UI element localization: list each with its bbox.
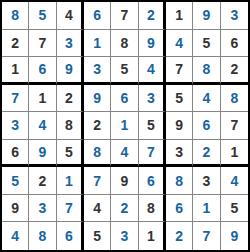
- sudoku-cell-r6c3[interactable]: 5: [57, 140, 84, 168]
- sudoku-cell-r4c5[interactable]: 6: [111, 85, 138, 113]
- sudoku-cell-r9c5[interactable]: 3: [111, 222, 138, 250]
- sudoku-cell-r2c4[interactable]: 1: [84, 30, 111, 58]
- sudoku-cell-r8c6[interactable]: 8: [139, 195, 166, 223]
- sudoku-cell-r5c1[interactable]: 3: [2, 112, 29, 140]
- sudoku-cell-r1c3[interactable]: 4: [57, 2, 84, 30]
- sudoku-cell-r7c4[interactable]: 7: [84, 167, 111, 195]
- sudoku-cell-r1c9[interactable]: 3: [221, 2, 248, 30]
- sudoku-cell-r9c3[interactable]: 6: [57, 222, 84, 250]
- sudoku-cell-r1c8[interactable]: 9: [193, 2, 220, 30]
- sudoku-cell-r6c1[interactable]: 6: [2, 140, 29, 168]
- sudoku-cell-r4c9[interactable]: 8: [221, 85, 248, 113]
- sudoku-cell-r5c3[interactable]: 8: [57, 112, 84, 140]
- sudoku-cell-r8c2[interactable]: 3: [29, 195, 56, 223]
- sudoku-cell-r3c2[interactable]: 6: [29, 57, 56, 85]
- sudoku-cell-r6c6[interactable]: 7: [139, 140, 166, 168]
- sudoku-cell-r7c8[interactable]: 3: [193, 167, 220, 195]
- sudoku-cell-r5c9[interactable]: 7: [221, 112, 248, 140]
- sudoku-cell-r5c7[interactable]: 9: [166, 112, 193, 140]
- sudoku-cell-r8c3[interactable]: 7: [57, 195, 84, 223]
- sudoku-cell-r4c6[interactable]: 3: [139, 85, 166, 113]
- sudoku-board: 8546721932731894561693547827129635483482…: [0, 0, 250, 252]
- sudoku-cell-r5c5[interactable]: 1: [111, 112, 138, 140]
- sudoku-cell-r4c7[interactable]: 5: [166, 85, 193, 113]
- sudoku-cell-r3c1[interactable]: 1: [2, 57, 29, 85]
- sudoku-cell-r9c6[interactable]: 1: [139, 222, 166, 250]
- sudoku-cell-r3c4[interactable]: 3: [84, 57, 111, 85]
- sudoku-cell-r1c1[interactable]: 8: [2, 2, 29, 30]
- sudoku-cell-r5c8[interactable]: 6: [193, 112, 220, 140]
- sudoku-cell-r1c5[interactable]: 7: [111, 2, 138, 30]
- sudoku-cell-r9c1[interactable]: 4: [2, 222, 29, 250]
- sudoku-cell-r7c6[interactable]: 6: [139, 167, 166, 195]
- sudoku-cell-r3c9[interactable]: 2: [221, 57, 248, 85]
- sudoku-cell-r1c2[interactable]: 5: [29, 2, 56, 30]
- sudoku-cell-r4c4[interactable]: 9: [84, 85, 111, 113]
- sudoku-cell-r4c8[interactable]: 4: [193, 85, 220, 113]
- sudoku-cell-r8c7[interactable]: 6: [166, 195, 193, 223]
- sudoku-cell-r6c7[interactable]: 3: [166, 140, 193, 168]
- sudoku-cell-r6c4[interactable]: 8: [84, 140, 111, 168]
- sudoku-cell-r2c3[interactable]: 3: [57, 30, 84, 58]
- sudoku-cell-r5c2[interactable]: 4: [29, 112, 56, 140]
- sudoku-cell-r2c1[interactable]: 2: [2, 30, 29, 58]
- sudoku-cell-r7c1[interactable]: 5: [2, 167, 29, 195]
- sudoku-cell-r8c9[interactable]: 5: [221, 195, 248, 223]
- sudoku-cell-r6c5[interactable]: 4: [111, 140, 138, 168]
- sudoku-cell-r9c7[interactable]: 2: [166, 222, 193, 250]
- sudoku-cell-r7c5[interactable]: 9: [111, 167, 138, 195]
- sudoku-cell-r4c3[interactable]: 2: [57, 85, 84, 113]
- sudoku-cell-r1c4[interactable]: 6: [84, 2, 111, 30]
- sudoku-cell-r9c9[interactable]: 9: [221, 222, 248, 250]
- sudoku-cell-r8c1[interactable]: 9: [2, 195, 29, 223]
- sudoku-cell-r2c7[interactable]: 4: [166, 30, 193, 58]
- sudoku-cell-r7c9[interactable]: 4: [221, 167, 248, 195]
- sudoku-cell-r7c2[interactable]: 2: [29, 167, 56, 195]
- sudoku-cell-r5c6[interactable]: 5: [139, 112, 166, 140]
- sudoku-cell-r9c8[interactable]: 7: [193, 222, 220, 250]
- sudoku-cell-r2c6[interactable]: 9: [139, 30, 166, 58]
- sudoku-cell-r8c4[interactable]: 4: [84, 195, 111, 223]
- sudoku-cell-r3c5[interactable]: 5: [111, 57, 138, 85]
- sudoku-cell-r6c2[interactable]: 9: [29, 140, 56, 168]
- sudoku-cell-r7c3[interactable]: 1: [57, 167, 84, 195]
- sudoku-cell-r3c6[interactable]: 4: [139, 57, 166, 85]
- sudoku-cell-r2c2[interactable]: 7: [29, 30, 56, 58]
- sudoku-cell-r1c6[interactable]: 2: [139, 2, 166, 30]
- sudoku-cell-r5c4[interactable]: 2: [84, 112, 111, 140]
- sudoku-cell-r8c5[interactable]: 2: [111, 195, 138, 223]
- sudoku-cell-r3c7[interactable]: 7: [166, 57, 193, 85]
- sudoku-cell-r6c9[interactable]: 1: [221, 140, 248, 168]
- sudoku-cell-r1c7[interactable]: 1: [166, 2, 193, 30]
- sudoku-cell-r4c2[interactable]: 1: [29, 85, 56, 113]
- sudoku-cell-r8c8[interactable]: 1: [193, 195, 220, 223]
- sudoku-cell-r9c2[interactable]: 8: [29, 222, 56, 250]
- sudoku-cell-r4c1[interactable]: 7: [2, 85, 29, 113]
- sudoku-cell-r7c7[interactable]: 8: [166, 167, 193, 195]
- sudoku-cell-r2c5[interactable]: 8: [111, 30, 138, 58]
- sudoku-cell-r2c9[interactable]: 6: [221, 30, 248, 58]
- sudoku-cell-r3c8[interactable]: 8: [193, 57, 220, 85]
- sudoku-cell-r3c3[interactable]: 9: [57, 57, 84, 85]
- sudoku-cell-r9c4[interactable]: 5: [84, 222, 111, 250]
- sudoku-cell-r6c8[interactable]: 2: [193, 140, 220, 168]
- sudoku-cell-r2c8[interactable]: 5: [193, 30, 220, 58]
